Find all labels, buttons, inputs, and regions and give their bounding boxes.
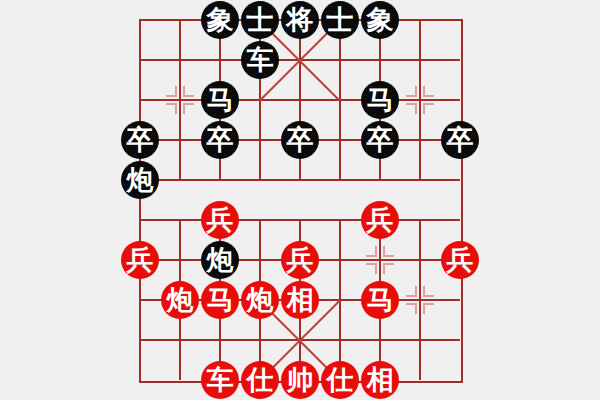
marker-corner bbox=[366, 263, 377, 274]
marker-corner bbox=[423, 286, 434, 297]
piece-red-soldier[interactable]: 兵 bbox=[201, 201, 239, 239]
piece-red-advisor[interactable]: 仕 bbox=[321, 361, 359, 399]
marker-corner bbox=[366, 246, 377, 257]
piece-black-elephant[interactable]: 象 bbox=[361, 1, 399, 39]
piece-black-soldier[interactable]: 卒 bbox=[441, 121, 479, 159]
marker-corner bbox=[423, 103, 434, 114]
marker-corner bbox=[423, 303, 434, 314]
piece-black-cannon[interactable]: 炮 bbox=[121, 161, 159, 199]
piece-red-general[interactable]: 帅 bbox=[281, 361, 319, 399]
marker-corner bbox=[166, 86, 177, 97]
marker-corner bbox=[166, 103, 177, 114]
piece-black-horse[interactable]: 马 bbox=[361, 81, 399, 119]
point-marker bbox=[166, 86, 194, 114]
piece-red-advisor[interactable]: 仕 bbox=[241, 361, 279, 399]
point-marker bbox=[406, 86, 434, 114]
marker-corner bbox=[383, 246, 394, 257]
piece-red-soldier[interactable]: 兵 bbox=[361, 201, 399, 239]
marker-corner bbox=[406, 103, 417, 114]
piece-black-advisor[interactable]: 士 bbox=[321, 1, 359, 39]
xiangqi-board[interactable]: 象士将士象车马马卒卒卒卒卒炮炮兵兵兵兵兵炮马炮相马车仕帅仕相 bbox=[0, 0, 600, 400]
piece-red-horse[interactable]: 马 bbox=[201, 281, 239, 319]
piece-red-soldier[interactable]: 兵 bbox=[121, 241, 159, 279]
piece-red-soldier[interactable]: 兵 bbox=[281, 241, 319, 279]
marker-corner bbox=[406, 86, 417, 97]
marker-corner bbox=[183, 103, 194, 114]
xiangqi-screenshot: 象士将士象车马马卒卒卒卒卒炮炮兵兵兵兵兵炮马炮相马车仕帅仕相 bbox=[0, 0, 600, 400]
piece-red-elephant[interactable]: 相 bbox=[281, 281, 319, 319]
marker-corner bbox=[406, 286, 417, 297]
point-marker bbox=[366, 246, 394, 274]
piece-black-soldier[interactable]: 卒 bbox=[361, 121, 399, 159]
piece-red-soldier[interactable]: 兵 bbox=[441, 241, 479, 279]
marker-corner bbox=[383, 263, 394, 274]
piece-black-advisor[interactable]: 士 bbox=[241, 1, 279, 39]
piece-red-chariot[interactable]: 车 bbox=[201, 361, 239, 399]
piece-red-elephant[interactable]: 相 bbox=[361, 361, 399, 399]
marker-corner bbox=[423, 86, 434, 97]
piece-black-cannon[interactable]: 炮 bbox=[201, 241, 239, 279]
piece-black-chariot[interactable]: 车 bbox=[241, 41, 279, 79]
marker-corner bbox=[406, 303, 417, 314]
piece-black-horse[interactable]: 马 bbox=[201, 81, 239, 119]
piece-red-horse[interactable]: 马 bbox=[361, 281, 399, 319]
piece-red-cannon[interactable]: 炮 bbox=[161, 281, 199, 319]
piece-red-cannon[interactable]: 炮 bbox=[241, 281, 279, 319]
piece-black-soldier[interactable]: 卒 bbox=[201, 121, 239, 159]
piece-black-elephant[interactable]: 象 bbox=[201, 1, 239, 39]
piece-black-soldier[interactable]: 卒 bbox=[281, 121, 319, 159]
board-border bbox=[139, 19, 463, 383]
piece-black-soldier[interactable]: 卒 bbox=[121, 121, 159, 159]
point-marker bbox=[406, 286, 434, 314]
marker-corner bbox=[183, 86, 194, 97]
piece-black-general[interactable]: 将 bbox=[281, 1, 319, 39]
